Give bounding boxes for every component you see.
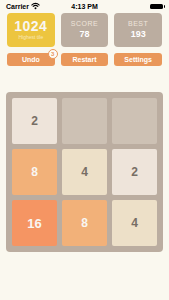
highest-tile-value: 1024 <box>14 19 47 34</box>
undo-count-badge: 3 <box>48 49 58 59</box>
score-card: SCORE 78 <box>61 13 109 47</box>
undo-button[interactable]: Undo 3 <box>7 53 55 66</box>
best-card: BEST 193 <box>114 13 162 47</box>
score-value: 78 <box>80 30 90 40</box>
toolbar: Undo 3 Restart Settings <box>7 53 162 66</box>
status-time: 4:13 PM <box>0 3 169 10</box>
highest-tile-card: 1024 Highest tile <box>7 13 55 47</box>
board-cell-r0c0: 2 <box>12 98 57 144</box>
board-cell-r2c2: 4 <box>112 200 157 246</box>
board-cell-r1c0: 8 <box>12 149 57 195</box>
status-bar: 4:13 PM Carrier <box>0 0 169 13</box>
board-cell-r1c1: 4 <box>62 149 107 195</box>
undo-button-label: Undo <box>22 56 40 63</box>
settings-button-label: Settings <box>124 56 152 63</box>
settings-button[interactable]: Settings <box>114 53 162 66</box>
board-cell-r2c0: 16 <box>12 200 57 246</box>
restart-button[interactable]: Restart <box>61 53 109 66</box>
highest-tile-subtitle: Highest tile <box>18 35 43 41</box>
best-label: BEST <box>128 20 148 28</box>
restart-button-label: Restart <box>72 56 96 63</box>
board-cell-r0c1 <box>62 98 107 144</box>
app-screen: 4:13 PM Carrier 1024 Highest tile SCORE … <box>0 0 169 300</box>
score-label: SCORE <box>71 20 98 28</box>
header: 1024 Highest tile SCORE 78 BEST 193 <box>7 13 162 47</box>
best-value: 193 <box>131 30 146 40</box>
battery-icon <box>150 4 163 9</box>
board-grid: 2 8 4 2 16 8 4 <box>12 98 157 246</box>
board-cell-r2c1: 8 <box>62 200 107 246</box>
board-cell-r1c2: 2 <box>112 149 157 195</box>
game-board[interactable]: 2 8 4 2 16 8 4 <box>6 92 163 252</box>
board-cell-r0c2 <box>112 98 157 144</box>
